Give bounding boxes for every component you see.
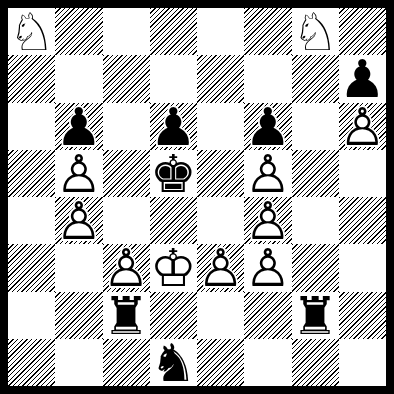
black-rook-icon: ♜: [103, 292, 150, 339]
square-a6[interactable]: [8, 103, 55, 150]
white-pawn-icon: ♙: [55, 150, 102, 197]
square-b2[interactable]: [55, 292, 102, 339]
square-e6[interactable]: [197, 103, 244, 150]
square-c1[interactable]: [103, 339, 150, 386]
white-pawn-icon: ♙: [244, 197, 291, 244]
square-f6[interactable]: ♟♟: [244, 103, 291, 150]
square-d1[interactable]: ♞♞: [150, 339, 197, 386]
black-pawn-icon: ♟: [339, 55, 386, 102]
piece-white-pawn-f3[interactable]: ♟♙: [244, 244, 291, 291]
piece-white-pawn-c3[interactable]: ♟♙: [103, 244, 150, 291]
square-d3[interactable]: ♚♔: [150, 244, 197, 291]
square-c4[interactable]: [103, 197, 150, 244]
square-a1[interactable]: [8, 339, 55, 386]
square-a4[interactable]: [8, 197, 55, 244]
square-b1[interactable]: [55, 339, 102, 386]
square-a7[interactable]: [8, 55, 55, 102]
white-pawn-icon: ♙: [339, 103, 386, 150]
square-c6[interactable]: [103, 103, 150, 150]
square-h5[interactable]: [339, 150, 386, 197]
piece-white-pawn-f5[interactable]: ♟♙: [244, 150, 291, 197]
piece-black-knight-d1[interactable]: ♞♞: [150, 339, 197, 386]
piece-black-pawn-h7[interactable]: ♟♟: [339, 55, 386, 102]
white-pawn-icon: ♙: [244, 150, 291, 197]
black-king-icon: ♚: [150, 150, 197, 197]
square-f2[interactable]: [244, 292, 291, 339]
square-d5[interactable]: ♚♚: [150, 150, 197, 197]
black-pawn-icon: ♟: [150, 103, 197, 150]
square-g7[interactable]: [292, 55, 339, 102]
square-d4[interactable]: [150, 197, 197, 244]
square-f3[interactable]: ♟♙: [244, 244, 291, 291]
square-h3[interactable]: [339, 244, 386, 291]
square-h8[interactable]: [339, 8, 386, 55]
square-f4[interactable]: ♟♙: [244, 197, 291, 244]
piece-white-pawn-b4[interactable]: ♟♙: [55, 197, 102, 244]
square-g4[interactable]: [292, 197, 339, 244]
white-pawn-icon: ♙: [103, 244, 150, 291]
white-knight-icon: ♘: [292, 8, 339, 55]
black-pawn-icon: ♟: [244, 103, 291, 150]
square-e8[interactable]: [197, 8, 244, 55]
black-knight-icon: ♞: [150, 339, 197, 386]
square-c2[interactable]: ♜♜: [103, 292, 150, 339]
square-h7[interactable]: ♟♟: [339, 55, 386, 102]
square-c5[interactable]: [103, 150, 150, 197]
square-f8[interactable]: [244, 8, 291, 55]
square-b3[interactable]: [55, 244, 102, 291]
square-f1[interactable]: [244, 339, 291, 386]
piece-white-pawn-e3[interactable]: ♟♙: [197, 244, 244, 291]
white-knight-icon: ♘: [8, 8, 55, 55]
square-b4[interactable]: ♟♙: [55, 197, 102, 244]
square-e2[interactable]: [197, 292, 244, 339]
square-g6[interactable]: [292, 103, 339, 150]
square-b8[interactable]: [55, 8, 102, 55]
square-b5[interactable]: ♟♙: [55, 150, 102, 197]
square-e5[interactable]: [197, 150, 244, 197]
square-h2[interactable]: [339, 292, 386, 339]
square-g2[interactable]: ♜♜: [292, 292, 339, 339]
square-d6[interactable]: ♟♟: [150, 103, 197, 150]
square-d2[interactable]: [150, 292, 197, 339]
square-h4[interactable]: [339, 197, 386, 244]
square-c8[interactable]: [103, 8, 150, 55]
black-pawn-icon: ♟: [55, 103, 102, 150]
square-d8[interactable]: [150, 8, 197, 55]
piece-white-king-d3[interactable]: ♚♔: [150, 244, 197, 291]
square-h1[interactable]: [339, 339, 386, 386]
square-c3[interactable]: ♟♙: [103, 244, 150, 291]
piece-black-rook-g2[interactable]: ♜♜: [292, 292, 339, 339]
piece-black-rook-c2[interactable]: ♜♜: [103, 292, 150, 339]
square-a2[interactable]: [8, 292, 55, 339]
piece-white-knight-g8[interactable]: ♞♘: [292, 8, 339, 55]
piece-black-pawn-b6[interactable]: ♟♟: [55, 103, 102, 150]
square-b7[interactable]: [55, 55, 102, 102]
square-a3[interactable]: [8, 244, 55, 291]
square-g5[interactable]: [292, 150, 339, 197]
square-c7[interactable]: [103, 55, 150, 102]
square-d7[interactable]: [150, 55, 197, 102]
square-g3[interactable]: [292, 244, 339, 291]
piece-black-pawn-d6[interactable]: ♟♟: [150, 103, 197, 150]
square-f7[interactable]: [244, 55, 291, 102]
square-e7[interactable]: [197, 55, 244, 102]
square-a8[interactable]: ♞♘: [8, 8, 55, 55]
black-rook-icon: ♜: [292, 292, 339, 339]
square-b6[interactable]: ♟♟: [55, 103, 102, 150]
piece-white-pawn-f4[interactable]: ♟♙: [244, 197, 291, 244]
square-f5[interactable]: ♟♙: [244, 150, 291, 197]
square-e4[interactable]: [197, 197, 244, 244]
white-king-icon: ♔: [150, 244, 197, 291]
square-e1[interactable]: [197, 339, 244, 386]
square-a5[interactable]: [8, 150, 55, 197]
piece-black-king-d5[interactable]: ♚♚: [150, 150, 197, 197]
piece-white-knight-a8[interactable]: ♞♘: [8, 8, 55, 55]
piece-white-pawn-b5[interactable]: ♟♙: [55, 150, 102, 197]
square-g1[interactable]: [292, 339, 339, 386]
square-g8[interactable]: ♞♘: [292, 8, 339, 55]
square-e3[interactable]: ♟♙: [197, 244, 244, 291]
chess-board: ♞♘♞♘♟♟♟♟♟♟♟♟♟♙♟♙♚♚♟♙♟♙♟♙♟♙♚♔♟♙♟♙♜♜♜♜♞♞: [8, 8, 386, 386]
white-pawn-icon: ♙: [244, 244, 291, 291]
square-h6[interactable]: ♟♙: [339, 103, 386, 150]
white-pawn-icon: ♙: [55, 197, 102, 244]
piece-black-pawn-f6[interactable]: ♟♟: [244, 103, 291, 150]
white-pawn-icon: ♙: [197, 244, 244, 291]
board-frame: ♞♘♞♘♟♟♟♟♟♟♟♟♟♙♟♙♚♚♟♙♟♙♟♙♟♙♚♔♟♙♟♙♜♜♜♜♞♞: [0, 0, 394, 394]
piece-white-pawn-h6[interactable]: ♟♙: [339, 103, 386, 150]
